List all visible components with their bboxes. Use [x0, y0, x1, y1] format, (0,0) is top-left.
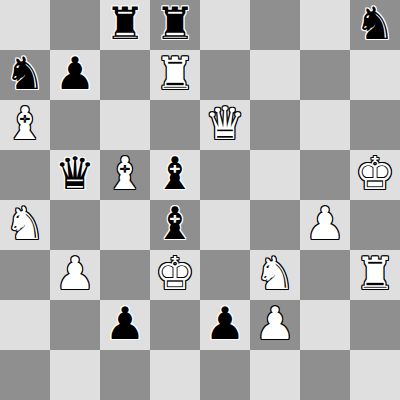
- square-c2[interactable]: ♟: [100, 300, 150, 350]
- square-b5[interactable]: ♛: [50, 150, 100, 200]
- square-e7[interactable]: [200, 50, 250, 100]
- square-g6[interactable]: [300, 100, 350, 150]
- piece-white-knight: ♞: [255, 250, 295, 299]
- square-a6[interactable]: ♝: [0, 100, 50, 150]
- square-c6[interactable]: [100, 100, 150, 150]
- piece-white-rook: ♜: [155, 50, 195, 99]
- piece-white-pawn: ♟: [255, 300, 295, 349]
- chess-board: ♜♜♞♞♟♜♝♛♛♝♝♚♞♝♟♟♚♞♜♟♟♟: [0, 0, 400, 400]
- piece-black-knight: ♞: [5, 50, 45, 99]
- piece-black-rook: ♜: [105, 0, 145, 49]
- square-b7[interactable]: ♟: [50, 50, 100, 100]
- square-f7[interactable]: [250, 50, 300, 100]
- square-a5[interactable]: [0, 150, 50, 200]
- square-f8[interactable]: [250, 0, 300, 50]
- square-d7[interactable]: ♜: [150, 50, 200, 100]
- square-f3[interactable]: ♞: [250, 250, 300, 300]
- square-h8[interactable]: ♞: [350, 0, 400, 50]
- square-b8[interactable]: [50, 0, 100, 50]
- square-b3[interactable]: ♟: [50, 250, 100, 300]
- square-g4[interactable]: ♟: [300, 200, 350, 250]
- square-d8[interactable]: ♜: [150, 0, 200, 50]
- square-d6[interactable]: [150, 100, 200, 150]
- square-d1[interactable]: [150, 350, 200, 400]
- piece-white-king: ♚: [355, 150, 395, 199]
- square-f2[interactable]: ♟: [250, 300, 300, 350]
- piece-black-queen: ♛: [55, 150, 95, 199]
- square-a1[interactable]: [0, 350, 50, 400]
- piece-black-pawn: ♟: [55, 50, 95, 99]
- piece-white-bishop: ♝: [5, 100, 45, 149]
- square-d4[interactable]: ♝: [150, 200, 200, 250]
- square-e2[interactable]: ♟: [200, 300, 250, 350]
- square-a2[interactable]: [0, 300, 50, 350]
- square-c4[interactable]: [100, 200, 150, 250]
- square-d3[interactable]: ♚: [150, 250, 200, 300]
- square-h7[interactable]: [350, 50, 400, 100]
- square-a7[interactable]: ♞: [0, 50, 50, 100]
- square-e4[interactable]: [200, 200, 250, 250]
- square-h4[interactable]: [350, 200, 400, 250]
- square-f6[interactable]: [250, 100, 300, 150]
- square-d2[interactable]: [150, 300, 200, 350]
- square-g8[interactable]: [300, 0, 350, 50]
- piece-white-queen: ♛: [205, 100, 245, 149]
- square-c8[interactable]: ♜: [100, 0, 150, 50]
- square-e5[interactable]: [200, 150, 250, 200]
- piece-black-knight: ♞: [355, 0, 395, 49]
- piece-black-pawn: ♟: [205, 300, 245, 349]
- piece-white-pawn: ♟: [305, 200, 345, 249]
- square-h6[interactable]: [350, 100, 400, 150]
- square-c5[interactable]: ♝: [100, 150, 150, 200]
- square-e8[interactable]: [200, 0, 250, 50]
- square-a8[interactable]: [0, 0, 50, 50]
- square-h2[interactable]: [350, 300, 400, 350]
- square-h5[interactable]: ♚: [350, 150, 400, 200]
- square-b2[interactable]: [50, 300, 100, 350]
- piece-black-rook: ♜: [155, 0, 195, 49]
- square-b4[interactable]: [50, 200, 100, 250]
- piece-black-bishop: ♝: [155, 150, 195, 199]
- square-e3[interactable]: [200, 250, 250, 300]
- square-f5[interactable]: [250, 150, 300, 200]
- square-d5[interactable]: ♝: [150, 150, 200, 200]
- square-g5[interactable]: [300, 150, 350, 200]
- square-g1[interactable]: [300, 350, 350, 400]
- square-g2[interactable]: [300, 300, 350, 350]
- square-g7[interactable]: [300, 50, 350, 100]
- square-b6[interactable]: [50, 100, 100, 150]
- square-a4[interactable]: ♞: [0, 200, 50, 250]
- square-b1[interactable]: [50, 350, 100, 400]
- piece-white-rook: ♜: [355, 250, 395, 299]
- piece-white-king: ♚: [155, 250, 195, 299]
- square-c1[interactable]: [100, 350, 150, 400]
- square-h3[interactable]: ♜: [350, 250, 400, 300]
- square-e6[interactable]: ♛: [200, 100, 250, 150]
- piece-white-bishop: ♝: [105, 150, 145, 199]
- piece-white-pawn: ♟: [55, 250, 95, 299]
- square-g3[interactable]: [300, 250, 350, 300]
- square-f1[interactable]: [250, 350, 300, 400]
- square-c3[interactable]: [100, 250, 150, 300]
- square-e1[interactable]: [200, 350, 250, 400]
- piece-black-pawn: ♟: [105, 300, 145, 349]
- piece-white-knight: ♞: [5, 200, 45, 249]
- square-f4[interactable]: [250, 200, 300, 250]
- chess-diagram: ♜♜♞♞♟♜♝♛♛♝♝♚♞♝♟♟♚♞♜♟♟♟: [0, 0, 400, 400]
- piece-black-bishop: ♝: [155, 200, 195, 249]
- square-c7[interactable]: [100, 50, 150, 100]
- square-h1[interactable]: [350, 350, 400, 400]
- square-a3[interactable]: [0, 250, 50, 300]
